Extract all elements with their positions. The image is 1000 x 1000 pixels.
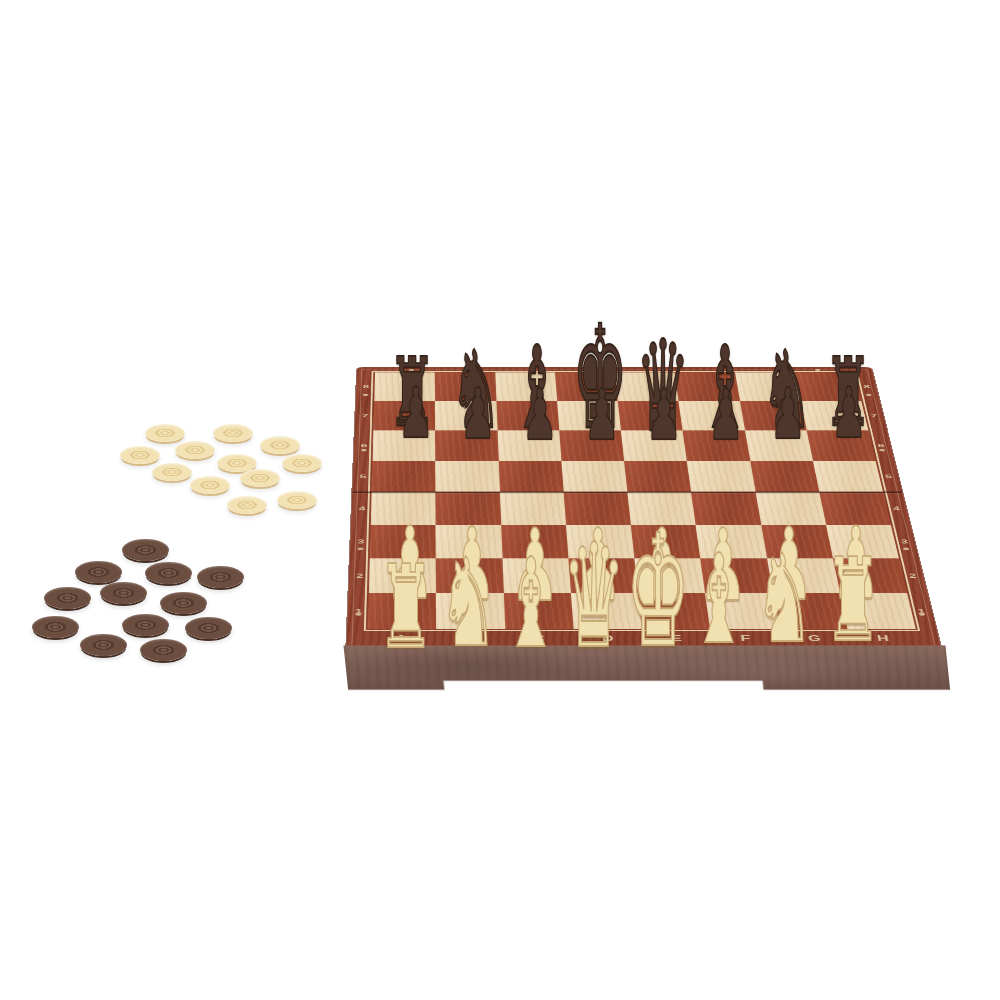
board-square	[501, 525, 568, 559]
board-square	[436, 593, 505, 629]
board-square	[435, 461, 499, 492]
board-square	[368, 593, 436, 629]
board-square	[624, 461, 691, 492]
board-squares	[368, 372, 916, 629]
board-square	[735, 372, 801, 401]
board-square	[373, 430, 436, 460]
folding-hinge-seam	[352, 491, 903, 493]
board-square	[436, 492, 501, 524]
board-square	[557, 401, 621, 430]
board-square	[568, 558, 638, 593]
file-label: C	[505, 634, 574, 643]
board-square	[740, 401, 807, 430]
cream-checker-piece	[277, 491, 317, 509]
board-square	[369, 558, 436, 593]
board-square	[833, 558, 907, 593]
board-square	[503, 593, 573, 629]
board-square	[502, 558, 571, 593]
cream-checker-piece	[120, 446, 160, 464]
chess-board-assembly: ABCDEFGH 87654321 87654321	[277, 0, 947, 698]
dark-checker-piece	[197, 566, 244, 588]
board-square	[436, 525, 502, 559]
board-square	[745, 430, 813, 460]
dark-checker-piece	[122, 539, 169, 561]
board-square	[826, 525, 899, 559]
screw-dot	[879, 449, 885, 451]
board-square	[631, 525, 701, 559]
board-front-face	[343, 645, 950, 692]
cream-checker-piece	[190, 476, 230, 494]
board-square	[500, 492, 566, 524]
file-label: A	[367, 634, 436, 643]
board-square	[496, 401, 559, 430]
rank-label: 2	[904, 572, 921, 579]
board-square	[561, 461, 627, 492]
board-square	[559, 430, 624, 460]
board-square	[687, 461, 755, 492]
board-square	[700, 558, 772, 593]
screw-dot	[903, 548, 909, 551]
board-square	[555, 372, 618, 401]
board-square	[498, 461, 563, 492]
board-square	[373, 401, 435, 430]
file-label: G	[780, 634, 850, 643]
board-square	[696, 525, 767, 559]
dark-checker-piece	[32, 616, 79, 638]
board-square	[800, 401, 868, 430]
board-square	[374, 372, 435, 401]
cream-checker-piece	[240, 469, 280, 487]
file-label: B	[436, 634, 505, 643]
board-square	[767, 558, 840, 593]
board-square	[435, 372, 496, 401]
rank-label: 5	[880, 473, 896, 479]
board-square	[755, 492, 826, 524]
screw-dot	[409, 369, 414, 371]
board-square	[563, 492, 630, 524]
cream-checker-piece	[260, 436, 300, 454]
board-square	[435, 401, 497, 430]
board-square	[372, 461, 436, 492]
cream-checker-piece	[175, 441, 215, 459]
dark-checker-piece	[44, 587, 91, 609]
dark-checker-piece	[80, 634, 127, 656]
rank-label: 7	[866, 413, 882, 419]
board-square	[806, 430, 875, 460]
rank-label: 5	[356, 473, 371, 479]
screw-dot	[919, 613, 926, 616]
cream-checker-piece	[282, 454, 322, 472]
board-square	[371, 492, 436, 524]
file-label: D	[574, 634, 644, 643]
chess-board: ABCDEFGH 87654321 87654321	[346, 367, 942, 652]
board-square	[773, 593, 848, 629]
rank-label: 6	[357, 442, 372, 448]
board-square	[627, 492, 695, 524]
rank-label: 3	[353, 538, 368, 545]
board-square	[819, 492, 891, 524]
cream-checker-piece	[227, 496, 267, 514]
board-square	[618, 401, 683, 430]
dark-checker-piece	[145, 562, 192, 584]
dark-checker-piece	[100, 582, 147, 604]
screw-dot	[363, 394, 368, 396]
product-photo-canvas: ABCDEFGH 87654321 87654321 ♜♞♝♚♛♝♞♜♟♟♟♟♟…	[0, 0, 1000, 1000]
board-square	[370, 525, 436, 559]
rank-label: 4	[354, 505, 369, 511]
screw-dot	[358, 548, 364, 551]
board-square	[638, 593, 710, 629]
file-labels: ABCDEFGH	[367, 631, 919, 646]
board-square	[705, 593, 778, 629]
file-label: H	[848, 634, 919, 643]
file-label: E	[642, 634, 712, 643]
board-square	[634, 558, 705, 593]
rank-label: 8	[359, 384, 373, 390]
board-square	[795, 372, 862, 401]
board-square	[750, 461, 819, 492]
board-square	[840, 593, 916, 629]
board-square	[571, 593, 642, 629]
rank-label: 3	[896, 538, 913, 545]
board-square	[615, 372, 679, 401]
board-square	[436, 558, 503, 593]
dark-checker-piece	[185, 617, 232, 639]
board-square	[621, 430, 687, 460]
rank-label: 7	[358, 413, 372, 419]
cream-checker-piece	[213, 424, 253, 442]
dark-checker-piece	[140, 639, 187, 661]
rank-label: 6	[873, 442, 889, 448]
board-square	[675, 372, 740, 401]
rank-label: 4	[888, 505, 904, 511]
board-square	[813, 461, 883, 492]
board-square	[679, 401, 745, 430]
dark-checker-piece	[75, 561, 122, 583]
dark-checker-piece	[122, 614, 169, 636]
screw-dot	[815, 369, 821, 371]
screw-dot	[866, 394, 872, 396]
screw-dot	[355, 613, 361, 616]
file-label: F	[711, 634, 781, 643]
cream-checker-piece	[152, 463, 192, 481]
board-square	[495, 372, 557, 401]
board-square	[497, 430, 561, 460]
board-square	[691, 492, 761, 524]
screw-dot	[361, 449, 366, 451]
rank-label: 8	[859, 384, 874, 390]
cream-checker-piece	[145, 424, 185, 442]
dark-checker-piece	[160, 592, 207, 614]
board-square	[761, 525, 833, 559]
board-square	[683, 430, 750, 460]
board-square	[435, 430, 498, 460]
board-square	[566, 525, 635, 559]
rank-label: 2	[352, 572, 368, 579]
